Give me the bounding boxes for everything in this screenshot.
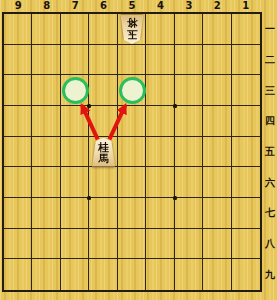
square-36 — [175, 167, 203, 198]
square-18 — [232, 229, 260, 260]
square-47 — [146, 198, 174, 229]
square-61 — [89, 14, 117, 45]
square-71 — [61, 14, 89, 45]
square-95 — [4, 137, 32, 168]
rank-label-1: 一 — [263, 22, 277, 36]
rank-label-6: 六 — [263, 176, 277, 190]
file-label-1: 1 — [236, 0, 256, 11]
file-label-4: 4 — [150, 0, 170, 11]
square-25 — [203, 137, 231, 168]
rank-label-2: 二 — [263, 53, 277, 67]
piece-kanji: 桂馬 — [92, 142, 116, 165]
square-62 — [89, 45, 117, 76]
square-37 — [175, 198, 203, 229]
square-66 — [89, 167, 117, 198]
rank-label-7: 七 — [263, 206, 277, 220]
rank-label-8: 八 — [263, 237, 277, 251]
star-point — [173, 196, 177, 200]
piece-keima-knight-65[interactable]: 桂馬 — [92, 138, 116, 167]
square-34 — [175, 106, 203, 137]
square-63 — [89, 75, 117, 106]
square-85 — [32, 137, 60, 168]
file-label-8: 8 — [37, 0, 57, 11]
square-26 — [203, 167, 231, 198]
square-14 — [232, 106, 260, 137]
square-12 — [232, 45, 260, 76]
square-45 — [146, 137, 174, 168]
rank-label-4: 四 — [263, 114, 277, 128]
square-89 — [32, 259, 60, 290]
shogi-board — [2, 12, 262, 292]
square-38 — [175, 229, 203, 260]
rank-label-3: 三 — [263, 84, 277, 98]
rank-label-5: 五 — [263, 145, 277, 159]
square-72 — [61, 45, 89, 76]
square-21 — [203, 14, 231, 45]
square-98 — [4, 229, 32, 260]
file-label-3: 3 — [179, 0, 199, 11]
square-23 — [203, 75, 231, 106]
square-29 — [203, 259, 231, 290]
square-57 — [118, 198, 146, 229]
square-27 — [203, 198, 231, 229]
square-75 — [61, 137, 89, 168]
square-83 — [32, 75, 60, 106]
square-84 — [32, 106, 60, 137]
square-64 — [89, 106, 117, 137]
square-13 — [232, 75, 260, 106]
square-43 — [146, 75, 174, 106]
move-target-73[interactable] — [62, 77, 89, 104]
square-69 — [89, 259, 117, 290]
square-86 — [32, 167, 60, 198]
square-67 — [89, 198, 117, 229]
shogi-diagram: 987654321一二三四五六七八九 玉将桂馬 — [0, 0, 277, 300]
square-78 — [61, 229, 89, 260]
square-99 — [4, 259, 32, 290]
square-32 — [175, 45, 203, 76]
square-58 — [118, 229, 146, 260]
square-17 — [232, 198, 260, 229]
file-label-2: 2 — [207, 0, 227, 11]
square-11 — [232, 14, 260, 45]
square-44 — [146, 106, 174, 137]
square-68 — [89, 229, 117, 260]
square-81 — [32, 14, 60, 45]
square-42 — [146, 45, 174, 76]
square-87 — [32, 198, 60, 229]
square-94 — [4, 106, 32, 137]
square-33 — [175, 75, 203, 106]
square-48 — [146, 229, 174, 260]
square-52 — [118, 45, 146, 76]
square-54 — [118, 106, 146, 137]
file-label-7: 7 — [65, 0, 85, 11]
square-46 — [146, 167, 174, 198]
file-label-6: 6 — [94, 0, 114, 11]
square-19 — [232, 259, 260, 290]
square-97 — [4, 198, 32, 229]
file-label-5: 5 — [122, 0, 142, 11]
square-39 — [175, 259, 203, 290]
file-label-9: 9 — [8, 0, 28, 11]
square-59 — [118, 259, 146, 290]
square-74 — [61, 106, 89, 137]
move-target-53[interactable] — [119, 77, 146, 104]
square-22 — [203, 45, 231, 76]
square-41 — [146, 14, 174, 45]
square-55 — [118, 137, 146, 168]
square-16 — [232, 167, 260, 198]
square-15 — [232, 137, 260, 168]
square-35 — [175, 137, 203, 168]
square-77 — [61, 198, 89, 229]
square-49 — [146, 259, 174, 290]
square-56 — [118, 167, 146, 198]
square-92 — [4, 45, 32, 76]
square-96 — [4, 167, 32, 198]
square-31 — [175, 14, 203, 45]
square-76 — [61, 167, 89, 198]
square-91 — [4, 14, 32, 45]
piece-kanji: 玉将 — [120, 17, 144, 40]
star-point — [173, 104, 177, 108]
square-88 — [32, 229, 60, 260]
rank-label-9: 九 — [263, 268, 277, 282]
square-28 — [203, 229, 231, 260]
square-93 — [4, 75, 32, 106]
square-82 — [32, 45, 60, 76]
square-79 — [61, 259, 89, 290]
square-24 — [203, 106, 231, 137]
piece-gyoku-king-51[interactable]: 玉将 — [120, 15, 144, 44]
